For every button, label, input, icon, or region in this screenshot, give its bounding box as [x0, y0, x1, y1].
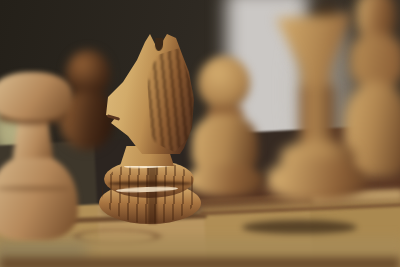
queen-crown-flare [276, 10, 352, 92]
wood-grain-swirl [242, 220, 357, 235]
rook-top [0, 72, 72, 120]
board-front-edge [0, 257, 400, 267]
chess-photo-scene [0, 0, 400, 267]
piece-queen [258, 2, 360, 202]
queen-base [266, 158, 366, 202]
rook-body [0, 154, 78, 240]
knight-mane-grain [146, 48, 194, 152]
piece-rook [0, 66, 86, 240]
piece-knight [96, 32, 206, 216]
